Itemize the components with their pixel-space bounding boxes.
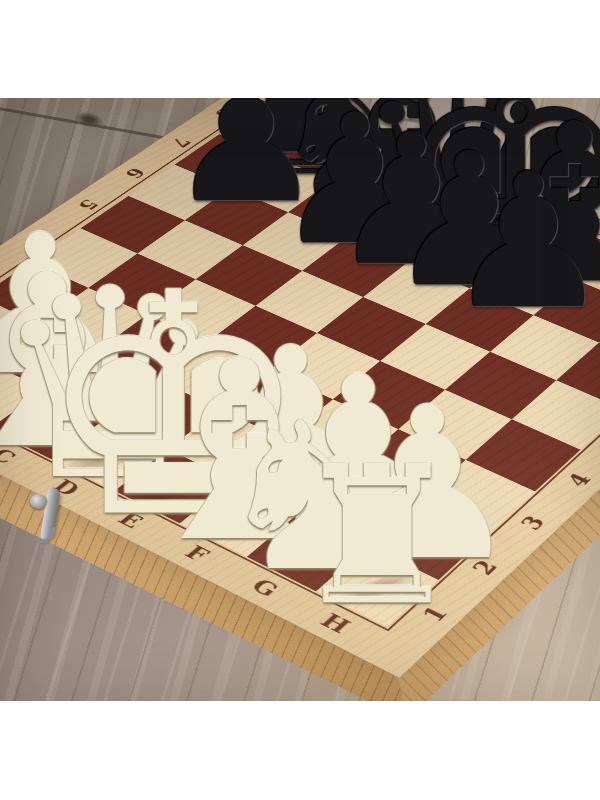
screenshot-canvas: 8877665544332211AABBCCDDEEFFGGHH ♜︎♞︎♝︎♛… bbox=[0, 0, 600, 800]
latch-bolt bbox=[30, 494, 47, 509]
photo-area: 8877665544332211AABBCCDDEEFFGGHH ♜︎♞︎♝︎♛… bbox=[0, 98, 600, 701]
latch-hook bbox=[28, 488, 68, 550]
